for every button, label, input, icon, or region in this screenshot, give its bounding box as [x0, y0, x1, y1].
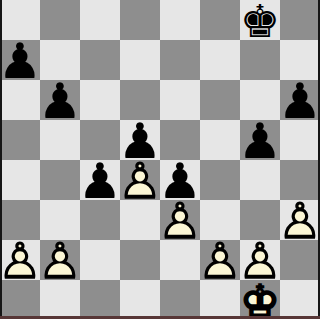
square-e2[interactable] — [160, 240, 200, 280]
square-h3[interactable]: ♟♙ — [280, 200, 320, 240]
square-h8[interactable] — [280, 0, 320, 40]
square-b4[interactable] — [40, 160, 80, 200]
white-piece-outline-glyph: ♔ — [240, 281, 280, 319]
square-c1[interactable] — [80, 280, 120, 319]
square-g4[interactable] — [240, 160, 280, 200]
square-c7[interactable] — [80, 40, 120, 80]
white-pawn[interactable]: ♟♙ — [160, 200, 200, 240]
black-pawn[interactable]: ♟ — [240, 120, 280, 160]
black-pawn-glyph: ♟ — [240, 121, 280, 161]
white-piece-outline-glyph: ♙ — [280, 201, 320, 241]
square-f7[interactable] — [200, 40, 240, 80]
square-d8[interactable] — [120, 0, 160, 40]
white-pawn[interactable]: ♟♙ — [200, 240, 240, 280]
square-a1[interactable] — [0, 280, 40, 319]
square-b8[interactable] — [40, 0, 80, 40]
square-g8[interactable]: ♚ — [240, 0, 280, 40]
square-e8[interactable] — [160, 0, 200, 40]
square-f2[interactable]: ♟♙ — [200, 240, 240, 280]
white-pawn[interactable]: ♟♙ — [240, 240, 280, 280]
square-g1[interactable]: ♚♔ — [240, 280, 280, 319]
square-c4[interactable]: ♟ — [80, 160, 120, 200]
black-pawn-glyph: ♟ — [0, 41, 40, 81]
white-king[interactable]: ♚♔ — [240, 280, 280, 319]
square-a7[interactable]: ♟ — [0, 40, 40, 80]
black-pawn[interactable]: ♟ — [40, 80, 80, 120]
square-e3[interactable]: ♟♙ — [160, 200, 200, 240]
square-c3[interactable] — [80, 200, 120, 240]
white-piece-outline-glyph: ♙ — [160, 201, 200, 241]
white-pawn[interactable]: ♟♙ — [0, 240, 40, 280]
square-a6[interactable] — [0, 80, 40, 120]
black-king[interactable]: ♚ — [240, 0, 280, 40]
square-g5[interactable]: ♟ — [240, 120, 280, 160]
square-c6[interactable] — [80, 80, 120, 120]
square-h2[interactable] — [280, 240, 320, 280]
white-pawn[interactable]: ♟♙ — [120, 160, 160, 200]
black-pawn[interactable]: ♟ — [280, 80, 320, 120]
square-h1[interactable] — [280, 280, 320, 319]
square-f1[interactable] — [200, 280, 240, 319]
board-edge-left — [0, 0, 2, 319]
white-pawn[interactable]: ♟♙ — [280, 200, 320, 240]
square-g7[interactable] — [240, 40, 280, 80]
square-g2[interactable]: ♟♙ — [240, 240, 280, 280]
square-c2[interactable] — [80, 240, 120, 280]
square-f5[interactable] — [200, 120, 240, 160]
black-king-glyph: ♚ — [240, 1, 280, 41]
white-piece-outline-glyph: ♙ — [120, 161, 160, 201]
white-piece-outline-glyph: ♙ — [200, 241, 240, 281]
square-b5[interactable] — [40, 120, 80, 160]
square-d1[interactable] — [120, 280, 160, 319]
chess-board: ♚♟♟♟♟♟♟♟♙♟♟♙♟♙♟♙♟♙♟♙♟♙♚♔ — [0, 0, 320, 319]
black-pawn[interactable]: ♟ — [0, 40, 40, 80]
square-d7[interactable] — [120, 40, 160, 80]
black-pawn-glyph: ♟ — [80, 161, 120, 201]
square-f4[interactable] — [200, 160, 240, 200]
square-d3[interactable] — [120, 200, 160, 240]
square-b6[interactable]: ♟ — [40, 80, 80, 120]
square-b2[interactable]: ♟♙ — [40, 240, 80, 280]
white-piece-outline-glyph: ♙ — [0, 241, 40, 281]
square-d4[interactable]: ♟♙ — [120, 160, 160, 200]
square-f6[interactable] — [200, 80, 240, 120]
square-h6[interactable]: ♟ — [280, 80, 320, 120]
black-pawn-glyph: ♟ — [40, 81, 80, 121]
white-piece-outline-glyph: ♙ — [40, 241, 80, 281]
square-b1[interactable] — [40, 280, 80, 319]
square-a4[interactable] — [0, 160, 40, 200]
square-a2[interactable]: ♟♙ — [0, 240, 40, 280]
square-e7[interactable] — [160, 40, 200, 80]
chess-board-diagram: ♚♟♟♟♟♟♟♟♙♟♟♙♟♙♟♙♟♙♟♙♟♙♚♔ — [0, 0, 320, 319]
square-c8[interactable] — [80, 0, 120, 40]
square-h5[interactable] — [280, 120, 320, 160]
square-e6[interactable] — [160, 80, 200, 120]
square-a5[interactable] — [0, 120, 40, 160]
square-e1[interactable] — [160, 280, 200, 319]
black-pawn[interactable]: ♟ — [80, 160, 120, 200]
black-pawn-glyph: ♟ — [280, 81, 320, 121]
square-d2[interactable] — [120, 240, 160, 280]
square-f8[interactable] — [200, 0, 240, 40]
white-pawn[interactable]: ♟♙ — [40, 240, 80, 280]
